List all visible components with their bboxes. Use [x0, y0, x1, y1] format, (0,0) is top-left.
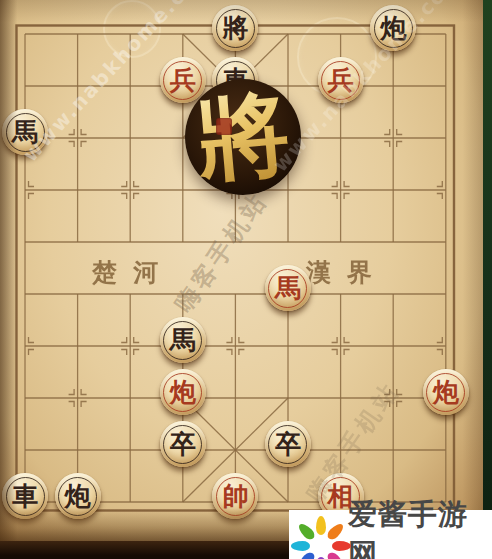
piece-black-將[interactable]: 將	[212, 5, 258, 51]
piece-red-馬[interactable]: 馬	[265, 265, 311, 311]
piece-glyph: 兵	[170, 67, 196, 93]
piece-black-炮[interactable]: 炮	[370, 5, 416, 51]
piece-glyph: 卒	[170, 431, 196, 457]
piece-black-馬[interactable]: 馬	[160, 317, 206, 363]
piece-glyph: 炮	[170, 379, 196, 405]
piece-glyph: 車	[222, 67, 248, 93]
piece-glyph: 馬	[12, 119, 38, 145]
piece-glyph: 馬	[170, 327, 196, 353]
piece-glyph: 炮	[433, 379, 459, 405]
piece-glyph: 兵	[328, 67, 354, 93]
piece-black-馬[interactable]: 馬	[2, 109, 48, 155]
logo-petal	[325, 521, 346, 542]
pieces-layer: 將炮兵車兵馬馬馬炮炮卒卒車炮帥相	[0, 8, 472, 528]
logo-petal	[296, 550, 317, 559]
piece-glyph: 將	[222, 15, 248, 41]
piece-glyph: 帥	[222, 483, 248, 509]
piece-black-卒[interactable]: 卒	[160, 421, 206, 467]
piece-glyph: 車	[12, 483, 38, 509]
piece-glyph: 卒	[275, 431, 301, 457]
logo-petal	[291, 541, 310, 551]
footer-watermark-box: 爱酱手游网	[289, 510, 492, 559]
logo-petal	[316, 516, 326, 535]
piece-red-炮[interactable]: 炮	[160, 369, 206, 415]
logo-petal	[325, 550, 346, 559]
piece-black-炮[interactable]: 炮	[55, 473, 101, 519]
piece-glyph: 炮	[380, 15, 406, 41]
piece-red-帥[interactable]: 帥	[212, 473, 258, 519]
piece-red-兵[interactable]: 兵	[160, 57, 206, 103]
logo-petal	[332, 541, 351, 551]
logo-petal	[296, 521, 317, 542]
piece-black-車[interactable]: 車	[212, 57, 258, 103]
piece-black-車[interactable]: 車	[2, 473, 48, 519]
flower-logo-icon	[298, 512, 344, 558]
piece-glyph: 馬	[275, 275, 301, 301]
footer-logo-text: 爱酱手游网	[348, 495, 492, 559]
piece-red-兵[interactable]: 兵	[318, 57, 364, 103]
piece-glyph: 炮	[65, 483, 91, 509]
xiangqi-app-screen: 楚河 漢界 將炮兵車兵馬馬馬炮炮卒卒車炮帥相 將 www.nabkhome.co…	[0, 0, 492, 559]
piece-red-炮[interactable]: 炮	[423, 369, 469, 415]
piece-black-卒[interactable]: 卒	[265, 421, 311, 467]
